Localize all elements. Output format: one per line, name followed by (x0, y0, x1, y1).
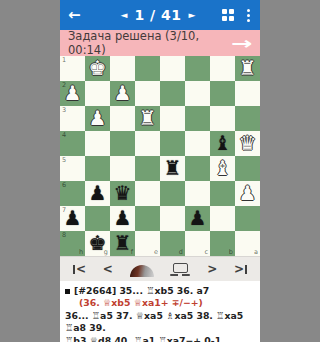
notation-result-line: ♖b3 ♕d8 40. ♖a1 ♖xa7−+ 0-1, Bologan (65, 335, 255, 342)
next-puzzle-icon[interactable]: ► (189, 11, 196, 20)
file-label: h (79, 248, 83, 256)
square-f8[interactable]: f♜ (110, 231, 135, 256)
square-c1[interactable] (185, 56, 210, 81)
file-label: b (229, 248, 233, 256)
square-a3[interactable] (235, 106, 260, 131)
square-b1[interactable] (210, 56, 235, 81)
square-f5[interactable] (110, 156, 135, 181)
square-a7[interactable] (235, 206, 260, 231)
square-a4[interactable]: ♛ (235, 131, 260, 156)
square-c8[interactable]: c (185, 231, 210, 256)
back-icon[interactable]: ← (68, 6, 94, 24)
white-pawn-g3[interactable]: ♟ (85, 106, 110, 131)
square-d8[interactable]: d (160, 231, 185, 256)
square-g3[interactable]: ♟ (85, 106, 110, 131)
square-b8[interactable]: b (210, 231, 235, 256)
status-text: Задача решена (3/10, 00:14) (68, 29, 238, 57)
notation-main-line: [#2664] 35... ♖xb5 36. a7 (65, 285, 255, 297)
rank-label: 8 (62, 231, 66, 239)
square-f7[interactable]: ♟ (110, 206, 135, 231)
square-f4[interactable] (110, 131, 135, 156)
square-e1[interactable] (135, 56, 160, 81)
white-pawn-a6[interactable]: ♟ (235, 181, 260, 206)
square-b7[interactable] (210, 206, 235, 231)
square-a2[interactable] (235, 81, 260, 106)
square-g7[interactable] (85, 206, 110, 231)
square-f3[interactable] (110, 106, 135, 131)
previous-move-button[interactable]: < (103, 263, 113, 275)
square-f1[interactable] (110, 56, 135, 81)
rank-label: 1 (62, 56, 66, 64)
square-f6[interactable]: ♛ (110, 181, 135, 206)
bullet-icon (65, 289, 70, 294)
computer-analysis-icon[interactable] (170, 263, 190, 276)
file-label: c (204, 248, 208, 256)
square-g6[interactable]: ♟ (85, 181, 110, 206)
square-g1[interactable]: ♚ (85, 56, 110, 81)
black-pawn-h7[interactable]: ♟ (60, 206, 85, 231)
square-c6[interactable] (185, 181, 210, 206)
white-king-g1[interactable]: ♚ (85, 56, 110, 81)
black-king-g8[interactable]: ♚ (85, 231, 110, 256)
square-b2[interactable] (210, 81, 235, 106)
square-g8[interactable]: g♚ (85, 231, 110, 256)
top-navigation-bar: ← ◄ 1 / 41 ► (60, 0, 260, 30)
white-queen-a4[interactable]: ♛ (235, 131, 260, 156)
file-label: e (154, 248, 158, 256)
square-e5[interactable] (135, 156, 160, 181)
square-h5[interactable]: 5 (60, 156, 85, 181)
square-e4[interactable] (135, 131, 160, 156)
rank-label: 5 (62, 156, 66, 164)
black-pawn-f7[interactable]: ♟ (110, 206, 135, 231)
square-h2[interactable]: 2♟ (60, 81, 85, 106)
square-d2[interactable] (160, 81, 185, 106)
square-c4[interactable] (185, 131, 210, 156)
white-rook-a1[interactable]: ♜ (235, 56, 260, 81)
bottom-toolbar: < < > > (60, 256, 260, 281)
square-e6[interactable] (135, 181, 160, 206)
black-pawn-g6[interactable]: ♟ (85, 181, 110, 206)
grid-view-icon[interactable] (222, 9, 234, 21)
puzzle-navigator: ◄ 1 / 41 ► (94, 7, 222, 23)
puzzle-counter: 1 / 41 (134, 7, 181, 23)
move-notation-panel: [#2664] 35... ♖xb5 36. a7 (36. ♕xb5 ♕xa1… (60, 281, 260, 342)
black-queen-f6[interactable]: ♛ (110, 181, 135, 206)
square-d3[interactable] (160, 106, 185, 131)
engine-gauge-icon[interactable] (130, 265, 154, 277)
square-c2[interactable] (185, 81, 210, 106)
square-d1[interactable] (160, 56, 185, 81)
black-rook-d5[interactable]: ♜ (160, 156, 185, 181)
white-bishop-b5[interactable]: ♝ (210, 156, 235, 181)
prev-puzzle-icon[interactable]: ◄ (121, 11, 128, 20)
notation-variation-line: (36. ♕xb5 ♕xa1+ ∓/−+) (65, 297, 255, 309)
square-h3[interactable]: 3 (60, 106, 85, 131)
black-pawn-c7[interactable]: ♟ (185, 206, 210, 231)
square-b3[interactable] (210, 106, 235, 131)
file-label: d (179, 248, 183, 256)
skip-to-start-button[interactable]: < (73, 263, 86, 275)
square-a6[interactable]: ♟ (235, 181, 260, 206)
square-d4[interactable] (160, 131, 185, 156)
rank-label: 3 (62, 106, 66, 114)
square-h7[interactable]: 7♟ (60, 206, 85, 231)
square-h6[interactable]: 6 (60, 181, 85, 206)
white-pawn-f2[interactable]: ♟ (110, 81, 135, 106)
square-c7[interactable]: ♟ (185, 206, 210, 231)
black-rook-f8[interactable]: ♜ (110, 231, 135, 256)
square-b6[interactable] (210, 181, 235, 206)
notation-continuation-line: 36... ♖a5 37. ♕xa5 ♗xa5 38. ♖xa5 ♖a8 39. (65, 310, 255, 335)
chess-board: 1♚♜2♟♟3♟♜4♝♛5♜♝6♟♛♟7♟♟♟8hg♚f♜edcba (60, 56, 260, 256)
square-h4[interactable]: 4 (60, 131, 85, 156)
app-window: ← ◄ 1 / 41 ► Задача решена (3/10, 00:14)… (60, 0, 260, 342)
overflow-menu-icon[interactable] (247, 9, 250, 22)
next-arrow-icon[interactable]: → (231, 33, 252, 53)
square-e2[interactable] (135, 81, 160, 106)
square-h8[interactable]: 8h (60, 231, 85, 256)
black-bishop-b4[interactable]: ♝ (210, 131, 235, 156)
square-a8[interactable]: a (235, 231, 260, 256)
square-e8[interactable]: e (135, 231, 160, 256)
file-label: a (254, 248, 258, 256)
square-e7[interactable] (135, 206, 160, 231)
square-g4[interactable] (85, 131, 110, 156)
square-d7[interactable] (160, 206, 185, 231)
square-a1[interactable]: ♜ (235, 56, 260, 81)
square-b4[interactable]: ♝ (210, 131, 235, 156)
skip-to-end-button[interactable]: > (234, 263, 247, 275)
top-bar-actions (222, 9, 252, 22)
square-c3[interactable] (185, 106, 210, 131)
white-pawn-h2[interactable]: ♟ (60, 81, 85, 106)
square-d6[interactable] (160, 181, 185, 206)
square-g5[interactable] (85, 156, 110, 181)
next-move-button[interactable]: > (207, 263, 217, 275)
square-b5[interactable]: ♝ (210, 156, 235, 181)
square-f2[interactable]: ♟ (110, 81, 135, 106)
square-h1[interactable]: 1 (60, 56, 85, 81)
white-rook-e3[interactable]: ♜ (135, 106, 160, 131)
square-a5[interactable] (235, 156, 260, 181)
rank-label: 4 (62, 131, 66, 139)
square-c5[interactable] (185, 156, 210, 181)
square-e3[interactable]: ♜ (135, 106, 160, 131)
square-d5[interactable]: ♜ (160, 156, 185, 181)
square-g2[interactable] (85, 81, 110, 106)
rank-label: 6 (62, 181, 66, 189)
puzzle-status-bar: Задача решена (3/10, 00:14) → (60, 30, 260, 56)
